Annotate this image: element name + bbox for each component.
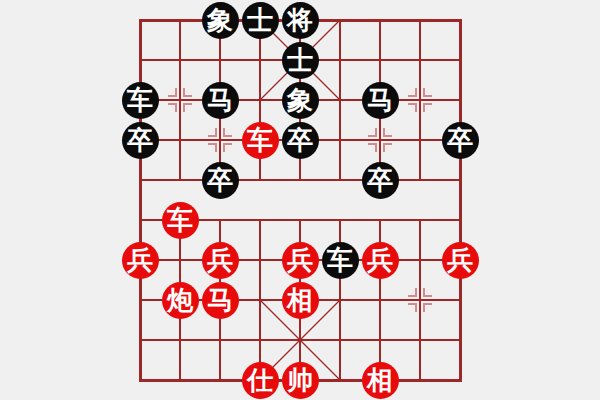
piece-red-elephant[interactable]: 相: [362, 362, 399, 399]
piece-red-elephant[interactable]: 相: [282, 282, 319, 319]
piece-black-general[interactable]: 将: [282, 2, 319, 39]
xiangqi-screenshot: 象士将士车马象马卒车卒卒卒卒车兵兵兵车兵兵炮马相仕帅相: [0, 0, 600, 400]
piece-black-advisor[interactable]: 士: [242, 2, 279, 39]
piece-black-elephant[interactable]: 象: [282, 82, 319, 119]
piece-black-elephant[interactable]: 象: [202, 2, 239, 39]
piece-black-soldier[interactable]: 卒: [442, 122, 479, 159]
piece-black-chariot[interactable]: 车: [322, 242, 359, 279]
piece-red-soldier[interactable]: 兵: [362, 242, 399, 279]
piece-black-advisor[interactable]: 士: [282, 42, 319, 79]
piece-red-general[interactable]: 帅: [282, 362, 319, 399]
piece-black-soldier[interactable]: 卒: [362, 162, 399, 199]
piece-red-soldier[interactable]: 兵: [282, 242, 319, 279]
piece-red-horse[interactable]: 马: [202, 282, 239, 319]
piece-black-soldier[interactable]: 卒: [202, 162, 239, 199]
piece-black-horse[interactable]: 马: [202, 82, 239, 119]
piece-red-chariot[interactable]: 车: [162, 202, 199, 239]
piece-red-advisor[interactable]: 仕: [242, 362, 279, 399]
piece-red-soldier[interactable]: 兵: [122, 242, 159, 279]
piece-red-soldier[interactable]: 兵: [442, 242, 479, 279]
piece-black-horse[interactable]: 马: [362, 82, 399, 119]
piece-black-soldier[interactable]: 卒: [122, 122, 159, 159]
piece-red-cannon[interactable]: 炮: [162, 282, 199, 319]
xiangqi-board[interactable]: 象士将士车马象马卒车卒卒卒卒车兵兵兵车兵兵炮马相仕帅相: [120, 0, 480, 400]
piece-black-soldier[interactable]: 卒: [282, 122, 319, 159]
piece-red-soldier[interactable]: 兵: [202, 242, 239, 279]
piece-red-chariot[interactable]: 车: [242, 122, 279, 159]
piece-black-chariot[interactable]: 车: [122, 82, 159, 119]
